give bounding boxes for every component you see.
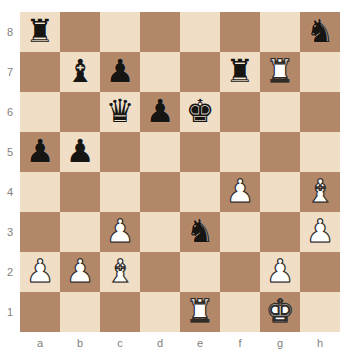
square-d2[interactable]	[140, 252, 180, 292]
square-h7[interactable]	[300, 52, 340, 92]
white-pawn-icon[interactable]: ♟	[226, 172, 255, 211]
square-b8[interactable]	[60, 12, 100, 52]
rank-label-7: 7	[0, 52, 20, 92]
file-label-f: f	[220, 332, 260, 353]
file-label-g: g	[260, 332, 300, 353]
square-h1[interactable]	[300, 292, 340, 332]
file-label-h: h	[300, 332, 340, 353]
square-a2[interactable]: ♟	[20, 252, 60, 292]
file-labels: abcdefgh	[20, 332, 340, 353]
square-b7[interactable]: ♝	[60, 52, 100, 92]
square-b2[interactable]: ♟	[60, 252, 100, 292]
square-g3[interactable]	[260, 212, 300, 252]
square-f5[interactable]	[220, 132, 260, 172]
square-c5[interactable]	[100, 132, 140, 172]
square-c2[interactable]: ♝	[100, 252, 140, 292]
rank-label-8: 8	[0, 12, 20, 52]
file-label-d: d	[140, 332, 180, 353]
square-c8[interactable]	[100, 12, 140, 52]
file-label-a: a	[20, 332, 60, 353]
square-c7[interactable]: ♟	[100, 52, 140, 92]
file-label-e: e	[180, 332, 220, 353]
square-e5[interactable]	[180, 132, 220, 172]
black-pawn-icon[interactable]: ♟	[26, 132, 55, 171]
square-f4[interactable]: ♟	[220, 172, 260, 212]
white-pawn-icon[interactable]: ♟	[266, 252, 295, 291]
square-e4[interactable]	[180, 172, 220, 212]
chess-board: 87654321 ♜♞♝♟♜♜♛♟♚♟♟♟♝♟♞♟♟♟♝♟♜♚ abcdefgh	[0, 0, 351, 353]
square-a3[interactable]	[20, 212, 60, 252]
square-g4[interactable]	[260, 172, 300, 212]
square-b6[interactable]	[60, 92, 100, 132]
rank-label-2: 2	[0, 252, 20, 292]
square-b5[interactable]: ♟	[60, 132, 100, 172]
rank-label-4: 4	[0, 172, 20, 212]
square-a4[interactable]	[20, 172, 60, 212]
square-c3[interactable]: ♟	[100, 212, 140, 252]
file-label-c: c	[100, 332, 140, 353]
square-a1[interactable]	[20, 292, 60, 332]
square-b3[interactable]	[60, 212, 100, 252]
square-c1[interactable]	[100, 292, 140, 332]
square-f8[interactable]	[220, 12, 260, 52]
square-b4[interactable]	[60, 172, 100, 212]
square-d7[interactable]	[140, 52, 180, 92]
square-g5[interactable]	[260, 132, 300, 172]
square-f2[interactable]	[220, 252, 260, 292]
square-h4[interactable]: ♝	[300, 172, 340, 212]
white-pawn-icon[interactable]: ♟	[26, 252, 55, 291]
square-c6[interactable]: ♛	[100, 92, 140, 132]
square-b1[interactable]	[60, 292, 100, 332]
square-e8[interactable]	[180, 12, 220, 52]
square-h2[interactable]	[300, 252, 340, 292]
square-e1[interactable]: ♜	[180, 292, 220, 332]
white-king-icon[interactable]: ♚	[266, 292, 295, 331]
square-c4[interactable]	[100, 172, 140, 212]
square-d8[interactable]	[140, 12, 180, 52]
square-f6[interactable]	[220, 92, 260, 132]
rank-label-3: 3	[0, 212, 20, 252]
square-g7[interactable]: ♜	[260, 52, 300, 92]
square-h3[interactable]: ♟	[300, 212, 340, 252]
square-d1[interactable]	[140, 292, 180, 332]
board-grid: ♜♞♝♟♜♜♛♟♚♟♟♟♝♟♞♟♟♟♝♟♜♚	[20, 12, 340, 332]
square-d6[interactable]: ♟	[140, 92, 180, 132]
square-a8[interactable]: ♜	[20, 12, 60, 52]
square-h8[interactable]: ♞	[300, 12, 340, 52]
black-pawn-icon[interactable]: ♟	[66, 132, 95, 171]
square-g6[interactable]	[260, 92, 300, 132]
rank-label-1: 1	[0, 292, 20, 332]
square-g1[interactable]: ♚	[260, 292, 300, 332]
square-d3[interactable]	[140, 212, 180, 252]
file-label-b: b	[60, 332, 100, 353]
square-a6[interactable]	[20, 92, 60, 132]
white-pawn-icon[interactable]: ♟	[106, 212, 135, 251]
black-queen-icon[interactable]: ♛	[106, 92, 135, 131]
square-a7[interactable]	[20, 52, 60, 92]
black-knight-icon[interactable]: ♞	[186, 212, 215, 251]
white-pawn-icon[interactable]: ♟	[66, 252, 95, 291]
square-d4[interactable]	[140, 172, 180, 212]
white-bishop-icon[interactable]: ♝	[106, 252, 135, 291]
square-d5[interactable]	[140, 132, 180, 172]
white-rook-icon[interactable]: ♜	[186, 292, 215, 331]
square-f7[interactable]: ♜	[220, 52, 260, 92]
square-h5[interactable]	[300, 132, 340, 172]
black-bishop-icon[interactable]: ♝	[66, 52, 95, 91]
black-pawn-icon[interactable]: ♟	[106, 52, 135, 91]
square-e7[interactable]	[180, 52, 220, 92]
white-pawn-icon[interactable]: ♟	[306, 212, 335, 251]
black-rook-icon[interactable]: ♜	[226, 52, 255, 91]
square-g2[interactable]: ♟	[260, 252, 300, 292]
square-f3[interactable]	[220, 212, 260, 252]
square-h6[interactable]	[300, 92, 340, 132]
square-e6[interactable]: ♚	[180, 92, 220, 132]
square-a5[interactable]: ♟	[20, 132, 60, 172]
black-king-icon[interactable]: ♚	[186, 92, 215, 131]
square-g8[interactable]	[260, 12, 300, 52]
rank-label-5: 5	[0, 132, 20, 172]
black-rook-icon[interactable]: ♜	[26, 12, 55, 51]
black-knight-icon[interactable]: ♞	[306, 12, 335, 51]
square-e3[interactable]: ♞	[180, 212, 220, 252]
square-e2[interactable]	[180, 252, 220, 292]
rank-labels: 87654321	[0, 12, 20, 332]
square-f1[interactable]	[220, 292, 260, 332]
white-bishop-icon[interactable]: ♝	[306, 172, 335, 211]
black-pawn-icon[interactable]: ♟	[146, 92, 175, 131]
white-rook-icon[interactable]: ♜	[266, 52, 295, 91]
rank-label-6: 6	[0, 92, 20, 132]
